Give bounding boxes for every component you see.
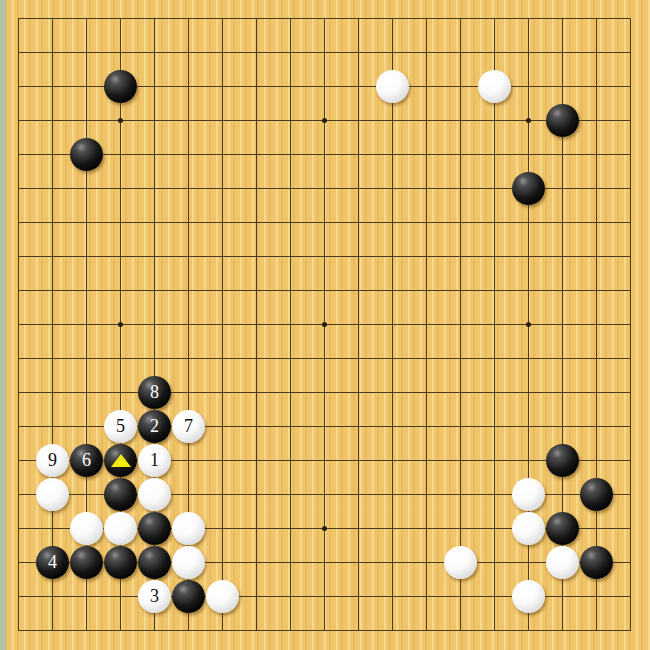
go-stone-white xyxy=(512,580,545,613)
go-stone-white: 5 xyxy=(104,410,137,443)
move-number-label: 2 xyxy=(150,417,159,435)
star-point xyxy=(322,322,327,327)
move-number-label: 8 xyxy=(150,383,159,401)
go-stone-black xyxy=(104,546,137,579)
goban: 852796143 xyxy=(0,0,650,650)
go-stone-black xyxy=(546,104,579,137)
go-stone-white xyxy=(172,512,205,545)
move-number-label: 9 xyxy=(48,451,57,469)
star-point xyxy=(526,322,531,327)
move-number-label: 5 xyxy=(116,417,125,435)
go-stone-white xyxy=(512,478,545,511)
go-stone-black: 8 xyxy=(138,376,171,409)
go-stone-white xyxy=(444,546,477,579)
go-stone-black xyxy=(580,478,613,511)
go-stone-white xyxy=(172,546,205,579)
move-number-label: 3 xyxy=(150,587,159,605)
go-stone-white xyxy=(512,512,545,545)
star-point xyxy=(118,322,123,327)
go-stone-black xyxy=(70,138,103,171)
go-stone-black xyxy=(546,444,579,477)
go-stone-white xyxy=(478,70,511,103)
go-stone-white xyxy=(36,478,69,511)
go-stone-black: 2 xyxy=(138,410,171,443)
go-stone-white: 1 xyxy=(138,444,171,477)
triangle-marker-icon xyxy=(111,454,131,467)
go-stone-white xyxy=(138,478,171,511)
window-edge-strip xyxy=(0,0,6,650)
go-stone-black xyxy=(512,172,545,205)
go-stone-white: 9 xyxy=(36,444,69,477)
star-point xyxy=(526,118,531,123)
go-stone-black xyxy=(172,580,205,613)
go-diagram-screen: 852796143 xyxy=(0,0,650,650)
go-stone-white xyxy=(376,70,409,103)
go-stone-black xyxy=(138,512,171,545)
move-number-label: 1 xyxy=(150,451,159,469)
go-stone-white xyxy=(70,512,103,545)
go-stone-white xyxy=(546,546,579,579)
go-stone-white: 3 xyxy=(138,580,171,613)
go-stone-black xyxy=(70,546,103,579)
go-stone-black xyxy=(104,70,137,103)
go-stone-white xyxy=(104,512,137,545)
star-point xyxy=(118,118,123,123)
move-number-label: 7 xyxy=(184,417,193,435)
star-point xyxy=(322,526,327,531)
go-stone-black xyxy=(580,546,613,579)
go-stone-white xyxy=(206,580,239,613)
star-point xyxy=(322,118,327,123)
go-stone-black xyxy=(104,478,137,511)
go-stone-black xyxy=(138,546,171,579)
go-stone-black xyxy=(546,512,579,545)
go-stone-black: 6 xyxy=(70,444,103,477)
go-stone-white: 7 xyxy=(172,410,205,443)
move-number-label: 6 xyxy=(82,451,91,469)
move-number-label: 4 xyxy=(48,553,57,571)
go-stone-black: 4 xyxy=(36,546,69,579)
go-stone-black xyxy=(104,444,137,477)
